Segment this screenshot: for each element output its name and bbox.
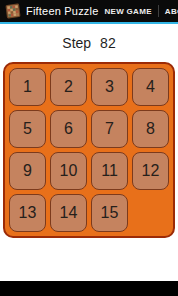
tile-2[interactable]: 2 — [50, 68, 87, 106]
tile-6[interactable]: 6 — [50, 110, 87, 148]
tile-8[interactable]: 8 — [132, 110, 169, 148]
tile-5[interactable]: 5 — [9, 110, 46, 148]
tile-1[interactable]: 1 — [9, 68, 46, 106]
tile-11[interactable]: 11 — [91, 152, 128, 190]
app-icon — [5, 3, 21, 19]
navigation-bar — [0, 281, 178, 296]
tile-7[interactable]: 7 — [91, 110, 128, 148]
tile-15[interactable]: 15 — [91, 194, 128, 232]
tile-9[interactable]: 9 — [9, 152, 46, 190]
tile-13[interactable]: 13 — [9, 194, 46, 232]
tile-4[interactable]: 4 — [132, 68, 169, 106]
tile-14[interactable]: 14 — [50, 194, 87, 232]
actionbar-accent-line — [0, 22, 178, 24]
tile-12[interactable]: 12 — [132, 152, 169, 190]
step-label: Step — [62, 35, 91, 51]
tile-3[interactable]: 3 — [91, 68, 128, 106]
action-bar: Fifteen Puzzle NEW GAME ABOUT — [0, 0, 178, 22]
puzzle-board: 1 2 3 4 5 6 7 8 9 10 11 12 13 14 15 — [3, 62, 175, 238]
step-counter: Step 82 — [0, 35, 178, 51]
menu-item-new-game[interactable]: NEW GAME — [99, 0, 158, 22]
tile-10[interactable]: 10 — [50, 152, 87, 190]
step-value: 82 — [100, 35, 116, 51]
action-menu: NEW GAME ABOUT — [99, 0, 178, 22]
empty-cell — [132, 194, 169, 232]
menu-item-about[interactable]: ABOUT — [159, 0, 178, 22]
app-title: Fifteen Puzzle — [26, 5, 99, 17]
